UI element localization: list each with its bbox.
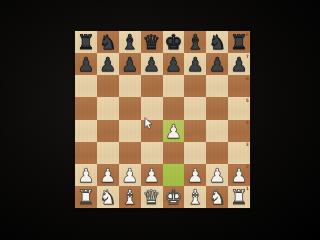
square-h6[interactable]: 6	[228, 75, 250, 97]
square-f4[interactable]	[184, 120, 206, 142]
square-f5[interactable]	[184, 97, 206, 119]
square-f8[interactable]: ♝	[184, 31, 206, 53]
square-b1[interactable]: ♞	[97, 186, 119, 208]
wood-grain-texture	[206, 97, 228, 119]
wood-grain-texture	[163, 75, 185, 97]
white-bishop-piece[interactable]: ♝	[184, 186, 206, 208]
square-e3[interactable]	[163, 142, 185, 164]
wood-grain-texture	[75, 120, 97, 142]
white-queen-piece[interactable]: ♛	[141, 186, 163, 208]
rank-coordinate-label: 3	[246, 142, 249, 147]
black-pawn-piece[interactable]: ♟	[228, 53, 250, 75]
square-f7[interactable]: ♟	[184, 53, 206, 75]
square-f2[interactable]: ♟	[184, 164, 206, 186]
square-c3[interactable]	[119, 142, 141, 164]
square-d3[interactable]	[141, 142, 163, 164]
square-c1[interactable]: ♝	[119, 186, 141, 208]
square-b5[interactable]	[97, 97, 119, 119]
square-d7[interactable]: ♟	[141, 53, 163, 75]
square-d6[interactable]	[141, 75, 163, 97]
white-knight-piece[interactable]: ♞	[97, 186, 119, 208]
square-g5[interactable]	[206, 97, 228, 119]
white-rook-piece[interactable]: ♜	[228, 186, 250, 208]
white-pawn-piece[interactable]: ♟	[119, 164, 141, 186]
square-c8[interactable]: ♝	[119, 31, 141, 53]
wood-grain-texture	[163, 164, 185, 186]
black-queen-piece[interactable]: ♛	[141, 31, 163, 53]
wood-grain-texture	[97, 97, 119, 119]
square-b3[interactable]	[97, 142, 119, 164]
square-e2[interactable]	[163, 164, 185, 186]
square-f6[interactable]	[184, 75, 206, 97]
square-a3[interactable]	[75, 142, 97, 164]
square-d4[interactable]	[141, 120, 163, 142]
white-pawn-piece[interactable]: ♟	[75, 164, 97, 186]
black-pawn-piece[interactable]: ♟	[119, 53, 141, 75]
wood-grain-texture	[97, 120, 119, 142]
wood-grain-texture	[97, 75, 119, 97]
square-a8[interactable]: ♜	[75, 31, 97, 53]
square-a1[interactable]: ♜	[75, 186, 97, 208]
wood-grain-texture	[184, 75, 206, 97]
wood-grain-texture	[141, 120, 163, 142]
square-e4[interactable]: ♟	[163, 120, 185, 142]
black-rook-piece[interactable]: ♜	[228, 31, 250, 53]
square-c6[interactable]	[119, 75, 141, 97]
square-b7[interactable]: ♟	[97, 53, 119, 75]
black-pawn-piece[interactable]: ♟	[75, 53, 97, 75]
wood-grain-texture	[206, 75, 228, 97]
rank-coordinate-label: 6	[246, 76, 249, 81]
black-pawn-piece[interactable]: ♟	[97, 53, 119, 75]
square-g6[interactable]	[206, 75, 228, 97]
square-g4[interactable]	[206, 120, 228, 142]
square-d5[interactable]	[141, 97, 163, 119]
black-pawn-piece[interactable]: ♟	[141, 53, 163, 75]
square-b2[interactable]: ♟	[97, 164, 119, 186]
square-b8[interactable]: ♞	[97, 31, 119, 53]
black-rook-piece[interactable]: ♜	[75, 31, 97, 53]
wood-grain-texture	[75, 97, 97, 119]
white-pawn-piece[interactable]: ♟	[97, 164, 119, 186]
white-pawn-piece[interactable]: ♟	[163, 120, 185, 142]
white-knight-piece[interactable]: ♞	[206, 186, 228, 208]
square-c2[interactable]: ♟	[119, 164, 141, 186]
square-e7[interactable]: ♟	[163, 53, 185, 75]
square-c4[interactable]	[119, 120, 141, 142]
black-knight-piece[interactable]: ♞	[206, 31, 228, 53]
wood-grain-texture	[75, 142, 97, 164]
white-bishop-piece[interactable]: ♝	[119, 186, 141, 208]
rank-coordinate-label: 5	[246, 98, 249, 103]
square-e1[interactable]: ♚	[163, 186, 185, 208]
square-g1[interactable]: ♞	[206, 186, 228, 208]
square-d1[interactable]: ♛	[141, 186, 163, 208]
black-knight-piece[interactable]: ♞	[97, 31, 119, 53]
square-b6[interactable]	[97, 75, 119, 97]
wood-grain-texture	[119, 75, 141, 97]
wood-grain-texture	[119, 142, 141, 164]
square-h1[interactable]: 1♜	[228, 186, 250, 208]
wood-grain-texture	[141, 97, 163, 119]
black-pawn-piece[interactable]: ♟	[206, 53, 228, 75]
black-bishop-piece[interactable]: ♝	[184, 31, 206, 53]
black-bishop-piece[interactable]: ♝	[119, 31, 141, 53]
square-e6[interactable]	[163, 75, 185, 97]
square-a2[interactable]: ♟	[75, 164, 97, 186]
square-f1[interactable]: ♝	[184, 186, 206, 208]
wood-grain-texture	[184, 142, 206, 164]
wood-grain-texture	[206, 120, 228, 142]
square-a6[interactable]	[75, 75, 97, 97]
square-a5[interactable]	[75, 97, 97, 119]
app-background: ♜♞♝♛♚♝♞8♜♟♟♟♟♟♟♟7♟65♟43♟♟♟♟♟♟2♟♜♞♝♛♚♝♞1♜	[0, 0, 320, 240]
white-pawn-piece[interactable]: ♟	[228, 164, 250, 186]
square-h2[interactable]: 2♟	[228, 164, 250, 186]
square-g3[interactable]	[206, 142, 228, 164]
black-pawn-piece[interactable]: ♟	[184, 53, 206, 75]
white-pawn-piece[interactable]: ♟	[184, 164, 206, 186]
white-pawn-piece[interactable]: ♟	[141, 164, 163, 186]
wood-grain-texture	[75, 75, 97, 97]
wood-grain-texture	[141, 75, 163, 97]
square-a4[interactable]	[75, 120, 97, 142]
wood-grain-texture	[184, 120, 206, 142]
square-h4[interactable]: 4	[228, 120, 250, 142]
black-king-piece[interactable]: ♚	[163, 31, 185, 53]
wood-grain-texture	[119, 120, 141, 142]
white-rook-piece[interactable]: ♜	[75, 186, 97, 208]
wood-grain-texture	[141, 142, 163, 164]
square-e8[interactable]: ♚	[163, 31, 185, 53]
wood-grain-texture	[119, 97, 141, 119]
rank-coordinate-label: 4	[246, 120, 249, 125]
square-d2[interactable]: ♟	[141, 164, 163, 186]
square-h5[interactable]: 5	[228, 97, 250, 119]
square-g2[interactable]: ♟	[206, 164, 228, 186]
wood-grain-texture	[97, 142, 119, 164]
square-g7[interactable]: ♟	[206, 53, 228, 75]
wood-grain-texture	[184, 97, 206, 119]
black-pawn-piece[interactable]: ♟	[163, 53, 185, 75]
square-a7[interactable]: ♟	[75, 53, 97, 75]
square-h7[interactable]: 7♟	[228, 53, 250, 75]
square-d8[interactable]: ♛	[141, 31, 163, 53]
square-c7[interactable]: ♟	[119, 53, 141, 75]
wood-grain-texture	[206, 142, 228, 164]
chess-board: ♜♞♝♛♚♝♞8♜♟♟♟♟♟♟♟7♟65♟43♟♟♟♟♟♟2♟♜♞♝♛♚♝♞1♜	[75, 31, 250, 208]
white-king-piece[interactable]: ♚	[163, 186, 185, 208]
square-e5[interactable]	[163, 97, 185, 119]
square-h3[interactable]: 3	[228, 142, 250, 164]
wood-grain-texture	[163, 142, 185, 164]
square-h8[interactable]: 8♜	[228, 31, 250, 53]
square-c5[interactable]	[119, 97, 141, 119]
square-f3[interactable]	[184, 142, 206, 164]
square-g8[interactable]: ♞	[206, 31, 228, 53]
wood-grain-texture	[163, 97, 185, 119]
white-pawn-piece[interactable]: ♟	[206, 164, 228, 186]
square-b4[interactable]	[97, 120, 119, 142]
